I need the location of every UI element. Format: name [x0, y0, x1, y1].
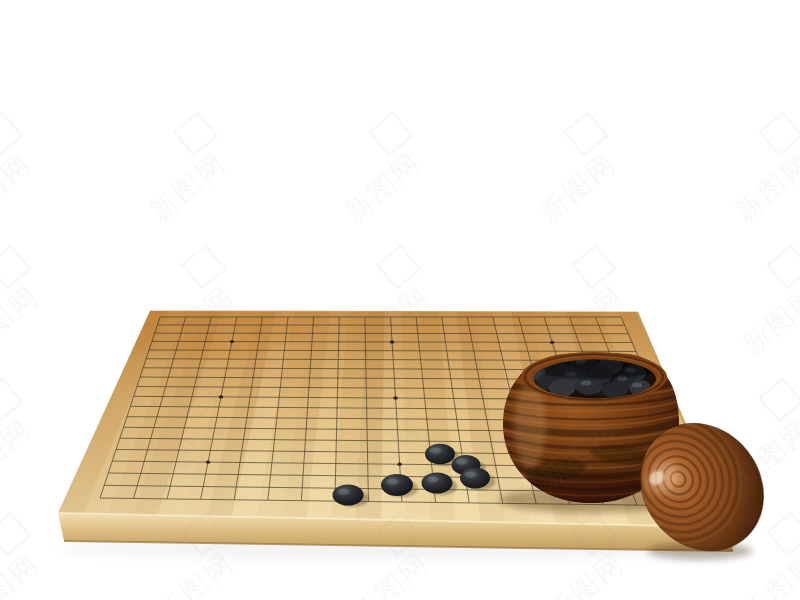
watermark-text: 新图网	[0, 146, 37, 228]
watermark-stamp: 新图网	[706, 113, 800, 228]
watermark-text: 新图网	[533, 146, 622, 228]
watermark-stamp: 新图网	[0, 246, 53, 361]
bowl-black-stone	[602, 382, 628, 399]
watermark-text: 新图网	[143, 146, 232, 228]
star-point	[230, 340, 235, 343]
watermark-text: 新图网	[0, 279, 45, 361]
watermark-stamp: 新图网	[121, 113, 240, 228]
scene-svg: 新图网新图网新图网新图网新图网新图网新图网新图网新图网新图网新图网新图网新图网新…	[0, 0, 800, 600]
star-point	[390, 340, 395, 343]
watermark-text: 新图网	[338, 146, 427, 228]
star-point	[219, 395, 224, 398]
star-point	[393, 396, 398, 399]
watermark-stamp: 新图网	[316, 113, 435, 228]
watermark-text: 新图网	[736, 279, 800, 361]
watermark-stamp: 新图网	[511, 113, 630, 228]
watermark-stamp: 新图网	[0, 113, 45, 228]
watermark-stamp: 新图网	[714, 246, 800, 361]
star-point	[206, 460, 211, 463]
star-point	[397, 463, 402, 466]
watermark-text: 新图网	[0, 412, 37, 494]
watermark-text: 新图网	[728, 146, 800, 228]
go-board-product-photo: 新图网新图网新图网新图网新图网新图网新图网新图网新图网新图网新图网新图网新图网新…	[0, 0, 800, 600]
watermark-stamp: 新图网	[0, 379, 45, 494]
watermark-stamp: 新图网	[0, 513, 53, 600]
